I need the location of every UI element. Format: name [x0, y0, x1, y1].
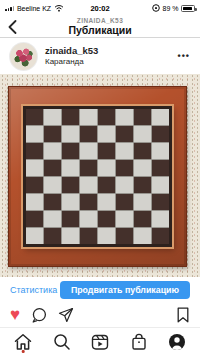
board-square — [98, 160, 115, 176]
board-square — [98, 211, 115, 227]
status-bar: Beeline KZ 20:02 89 % — [0, 0, 200, 16]
board-square — [152, 126, 169, 142]
board-square — [116, 160, 133, 176]
bookmark-icon[interactable] — [176, 307, 190, 323]
board-square — [98, 194, 115, 210]
home-notification-dot — [22, 350, 25, 353]
board-square — [152, 109, 169, 125]
profile-icon — [168, 333, 186, 351]
avatar[interactable] — [10, 43, 37, 70]
board-square — [134, 228, 151, 244]
promote-button[interactable]: Продвигать публикацию — [60, 281, 190, 299]
signal-icon — [5, 5, 14, 11]
board-square — [62, 177, 79, 193]
board-square — [98, 143, 115, 159]
board-square — [26, 143, 43, 159]
username-link[interactable]: zinaida_k53 — [45, 45, 98, 57]
board-square — [62, 194, 79, 210]
board-square — [26, 126, 43, 142]
board-square — [80, 160, 97, 176]
board-square — [44, 228, 61, 244]
board-square — [152, 211, 169, 227]
board-square — [26, 160, 43, 176]
board-square — [116, 228, 133, 244]
comment-icon[interactable] — [31, 307, 47, 323]
board-square — [134, 143, 151, 159]
board-square — [44, 126, 61, 142]
board-square — [116, 177, 133, 193]
board-square — [44, 109, 61, 125]
chess-board — [26, 109, 169, 244]
board-square — [44, 211, 61, 227]
post-photo[interactable] — [0, 74, 200, 277]
board-square — [134, 177, 151, 193]
board-square — [26, 194, 43, 210]
back-button[interactable] — [8, 20, 22, 34]
board-square — [116, 194, 133, 210]
board-square — [134, 194, 151, 210]
account-name-label: ZINAIDA_K53 — [77, 17, 123, 25]
board-square — [26, 228, 43, 244]
home-icon — [14, 333, 32, 351]
board-square — [98, 228, 115, 244]
like-icon[interactable]: ♥ — [10, 306, 20, 323]
battery-percent: 89 % — [163, 5, 179, 12]
board-square — [98, 109, 115, 125]
wifi-icon — [54, 4, 64, 12]
page-title: Публикации — [68, 24, 131, 36]
post-header: zinaida_k53 Караганда ••• — [0, 38, 200, 74]
reels-icon — [91, 333, 109, 351]
board-square — [26, 109, 43, 125]
board-square — [80, 194, 97, 210]
board-square — [80, 143, 97, 159]
board-square — [62, 143, 79, 159]
post-options-icon[interactable]: ••• — [178, 51, 190, 61]
bottom-nav — [0, 327, 200, 355]
board-square — [98, 126, 115, 142]
board-square — [44, 143, 61, 159]
board-square — [116, 126, 133, 142]
board-square — [152, 194, 169, 210]
board-square — [134, 160, 151, 176]
board-square — [44, 177, 61, 193]
board-square — [116, 211, 133, 227]
post-actions: ♥ — [0, 302, 200, 327]
board-square — [80, 126, 97, 142]
profile-tab[interactable] — [167, 331, 187, 353]
board-square — [62, 160, 79, 176]
board-square — [44, 160, 61, 176]
board-square — [80, 177, 97, 193]
board-square — [62, 228, 79, 244]
board-square — [26, 177, 43, 193]
home-tab[interactable] — [13, 331, 33, 353]
chessboard-frame — [8, 86, 187, 267]
board-square — [62, 109, 79, 125]
board-square — [152, 143, 169, 159]
nav-header: ZINAIDA_K53 Публикации — [0, 16, 200, 38]
carrier-label: Beeline KZ — [17, 5, 51, 12]
board-square — [116, 109, 133, 125]
chevron-left-icon — [8, 20, 17, 34]
board-square — [62, 211, 79, 227]
board-square — [134, 126, 151, 142]
board-square — [80, 109, 97, 125]
board-square — [62, 126, 79, 142]
board-square — [134, 211, 151, 227]
board-square — [152, 177, 169, 193]
shop-tab[interactable] — [129, 331, 149, 353]
board-square — [116, 143, 133, 159]
search-icon — [53, 333, 71, 351]
battery-icon — [181, 5, 195, 12]
orientation-lock-icon — [152, 4, 160, 12]
promote-row: Статистика Продвигать публикацию — [0, 277, 200, 302]
board-square — [44, 194, 61, 210]
chessboard-rim — [23, 106, 172, 247]
board-square — [80, 228, 97, 244]
reels-tab[interactable] — [90, 331, 110, 353]
share-icon[interactable] — [58, 307, 74, 323]
insights-link[interactable]: Статистика — [10, 285, 57, 295]
board-square — [134, 109, 151, 125]
search-tab[interactable] — [52, 331, 72, 353]
board-square — [98, 177, 115, 193]
board-square — [152, 160, 169, 176]
shop-icon — [130, 333, 148, 351]
board-square — [80, 211, 97, 227]
board-square — [26, 211, 43, 227]
location-link[interactable]: Караганда — [45, 57, 98, 67]
clock: 20:02 — [90, 4, 109, 13]
board-square — [152, 228, 169, 244]
